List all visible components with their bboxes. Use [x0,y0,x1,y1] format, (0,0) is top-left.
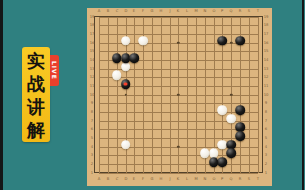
col-label-top: R [236,9,243,13]
stone-black-R5 [235,131,245,141]
stone-white-C12 [112,71,122,81]
stone-black-P16 [218,36,228,46]
stone-black-O2 [209,157,219,167]
grid-line-v [249,17,250,173]
row-label-left: 12 [88,75,95,79]
left-edge-bar [0,0,3,190]
col-label-bottom: E [131,177,138,181]
stone-white-F16 [138,36,148,46]
row-label-right: 3 [262,153,269,157]
video-frame: AA1919BB1818CC1717DD1616EE1515FF1414GG13… [0,0,304,190]
stone-black-P2 [218,157,228,167]
row-label-left: 5 [88,136,95,140]
row-label-right: 19 [262,15,269,19]
row-label-left: 4 [88,145,95,149]
col-label-top: T [254,9,261,13]
col-label-bottom: R [236,177,243,181]
col-label-top: N [201,9,208,13]
col-label-bottom: J [166,177,173,181]
grid-line-h [99,164,258,165]
col-label-bottom: P [219,177,226,181]
row-label-right: 17 [262,32,269,36]
row-label-right: 9 [262,101,269,105]
stone-black-R16 [235,36,245,46]
col-label-top: E [131,9,138,13]
col-label-top: L [183,9,190,13]
col-label-bottom: H [157,177,164,181]
row-label-right: 12 [262,75,269,79]
go-board[interactable]: AA1919BB1818CC1717DD1616EE1515FF1414GG13… [87,8,272,186]
row-label-left: 8 [88,110,95,114]
row-label-left: 6 [88,127,95,131]
col-label-top: P [219,9,226,13]
row-label-left: 3 [88,153,95,157]
stone-black-E14 [130,53,140,63]
grid-line-h [99,173,258,174]
row-label-left: 7 [88,119,95,123]
col-label-top: B [104,9,111,13]
row-label-left: 16 [88,41,95,45]
row-label-left: 15 [88,49,95,53]
lecture-banner: 实 战 讲 解 [22,47,50,142]
row-label-left: 17 [88,32,95,36]
row-label-right: 10 [262,93,269,97]
banner-char-1: 实 [27,49,45,72]
col-label-bottom: A [95,177,102,181]
row-label-right: 18 [262,23,269,27]
col-label-bottom: T [254,177,261,181]
live-badge-label: LIVE [50,61,59,80]
col-label-bottom: N [201,177,208,181]
col-label-bottom: L [183,177,190,181]
col-label-top: F [139,9,146,13]
col-label-top: H [157,9,164,13]
col-label-top: C [113,9,120,13]
col-label-bottom: S [245,177,252,181]
grid-line-h [99,112,258,113]
col-label-top: S [245,9,252,13]
row-label-right: 16 [262,41,269,45]
stone-black-R8 [235,105,245,115]
banner-char-2: 战 [27,72,45,95]
row-label-right: 13 [262,67,269,71]
banner-char-3: 讲 [27,95,45,118]
stone-white-D13 [121,62,131,72]
col-label-top: J [166,9,173,13]
row-label-left: 13 [88,67,95,71]
grid-line-h [99,138,258,139]
col-label-top: Q [228,9,235,13]
right-edge-bar [302,0,305,190]
col-label-bottom: F [139,177,146,181]
col-label-top: M [192,9,199,13]
row-label-left: 19 [88,15,95,19]
last-move-marker [124,82,127,85]
col-label-bottom: C [113,177,120,181]
row-label-right: 1 [262,171,269,175]
stone-black-Q3 [226,149,236,159]
col-label-top: A [95,9,102,13]
grid-line-v [196,17,197,173]
stone-white-Q7 [226,114,236,124]
grid-line-h [99,103,258,104]
row-label-left: 18 [88,23,95,27]
col-label-top: O [210,9,217,13]
row-label-left: 14 [88,58,95,62]
row-label-right: 8 [262,110,269,114]
col-label-bottom: O [210,177,217,181]
row-label-left: 9 [88,101,95,105]
grid-line-h [99,129,258,130]
col-label-top: D [122,9,129,13]
col-label-top: K [175,9,182,13]
row-label-right: 5 [262,136,269,140]
row-label-right: 14 [262,58,269,62]
banner-char-4: 解 [27,118,45,141]
stone-white-D4 [121,140,131,150]
live-badge: LIVE [50,55,59,86]
row-label-right: 2 [262,162,269,166]
col-label-bottom: G [148,177,155,181]
row-label-right: 4 [262,145,269,149]
col-label-bottom: M [192,177,199,181]
grid-line-v [187,17,188,173]
col-label-bottom: D [122,177,129,181]
row-label-right: 7 [262,119,269,123]
row-label-left: 10 [88,93,95,97]
stone-white-D16 [121,36,131,46]
col-label-bottom: K [175,177,182,181]
row-label-right: 15 [262,49,269,53]
row-label-right: 6 [262,127,269,131]
stone-white-P8 [218,105,228,115]
row-label-left: 2 [88,162,95,166]
row-label-left: 1 [88,171,95,175]
col-label-top: G [148,9,155,13]
grid-line-v [258,17,259,173]
stone-white-N3 [200,149,210,159]
row-label-left: 11 [88,84,95,88]
col-label-bottom: B [104,177,111,181]
row-label-right: 11 [262,84,269,88]
stone-black-D11 [121,79,131,89]
col-label-bottom: Q [228,177,235,181]
